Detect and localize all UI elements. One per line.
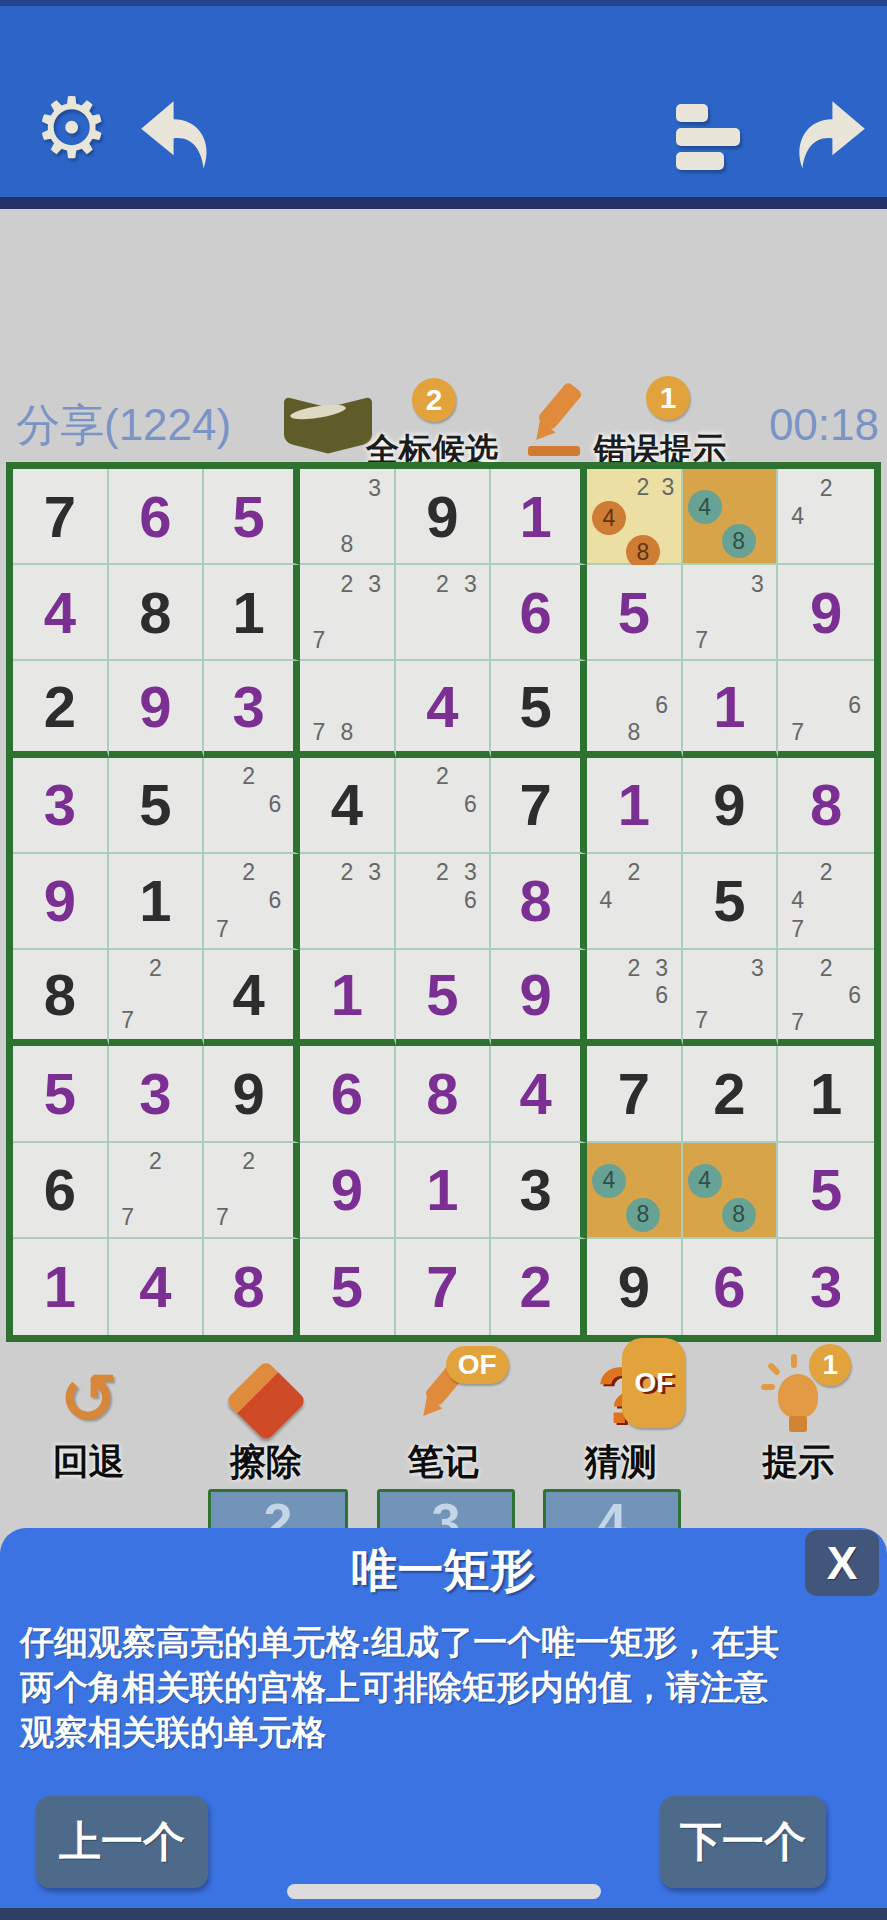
cell-r7c5[interactable]: 8 [396,1046,492,1142]
cell-value: 5 [396,950,490,1039]
eraser-icon [225,1360,307,1442]
cell-r3c9[interactable]: 67 [778,661,874,757]
candidate-grid: 78 [305,666,389,745]
cell-r2c4[interactable]: 237 [300,565,396,661]
candidate-8: 8 [620,719,648,746]
cell-value: 3 [204,661,293,750]
top-app-bar: ⚙ [0,0,887,197]
sudoku-app-screen: ⚙ 分享(1224) 2 全标候选 1 错误提示 00:18 765389123… [0,0,887,1920]
cell-value: 1 [396,1143,490,1237]
candidate-4: 4 [592,501,626,535]
cell-r4c1[interactable]: 3 [13,758,109,854]
cell-r7c4[interactable]: 6 [300,1046,396,1142]
cell-value: 3 [778,1239,874,1335]
topbar-divider [0,197,887,209]
cell-value: 8 [778,758,874,852]
candidate-7: 7 [305,719,333,746]
candidate-8: 8 [333,719,361,746]
candidate-grid: 67 [783,666,869,745]
cell-r8c6[interactable]: 3 [491,1143,587,1239]
cell-value: 9 [300,1143,394,1237]
candidate-6: 6 [840,982,869,1009]
cell-value: 5 [683,854,777,948]
cell-r3c5[interactable]: 4 [396,661,492,757]
candidate-4: 4 [592,887,620,915]
cell-r3c3[interactable]: 3 [204,661,300,757]
cell-value: 6 [300,1046,394,1140]
candidate-7: 7 [688,1007,716,1034]
cell-r4c6[interactable]: 7 [491,758,587,854]
dialog-title: 唯一矩形 [0,1540,887,1602]
candidate-2: 2 [429,763,457,791]
cell-r3c2[interactable]: 9 [109,661,205,757]
cell-r5c4[interactable]: 23 [300,854,396,950]
cell-value: 5 [300,1239,394,1335]
cell-r3c8[interactable]: 1 [683,661,779,757]
candidate-2: 2 [236,1148,262,1176]
cell-r1c6[interactable]: 1 [491,469,587,565]
cell-r6c1[interactable]: 8 [13,950,109,1046]
settings-gear-icon[interactable]: ⚙ [34,86,109,170]
cell-r5c9[interactable]: 247 [778,854,874,950]
candidate-8: 8 [333,530,361,558]
cell-value: 9 [683,758,777,852]
cell-r8c9[interactable]: 5 [778,1143,874,1239]
cell-value: 1 [491,469,580,563]
hint-count-badge: 1 [809,1344,851,1386]
cell-value: 6 [109,469,203,563]
cell-r8c5[interactable]: 1 [396,1143,492,1239]
candidate-grid: 26 [209,763,288,847]
cell-r6c9[interactable]: 267 [778,950,874,1046]
cell-value: 3 [491,1143,580,1237]
candidate-7: 7 [305,626,333,654]
cell-r5c3[interactable]: 267 [204,854,300,950]
cell-r9c7[interactable]: 9 [587,1239,683,1335]
candidate-grid: 2348 [592,474,676,558]
candidate-2: 2 [626,474,660,501]
cell-value: 4 [204,950,293,1039]
cell-value: 4 [13,565,107,659]
cell-value: 7 [396,1239,490,1335]
cell-r9c1[interactable]: 1 [13,1239,109,1335]
notes-button[interactable]: OF 笔记 [355,1350,532,1480]
cell-r2c5[interactable]: 23 [396,565,492,661]
bottom-toolbar: ↺ 回退 擦除 OF 笔记 ? OF 猜测 [0,1350,887,1480]
error-count-badge: 1 [646,376,690,420]
cell-r1c9[interactable]: 24 [778,469,874,565]
cell-value: 9 [587,1239,681,1335]
cell-r8c2[interactable]: 27 [109,1143,205,1239]
candidate-7: 7 [783,915,812,943]
redo-icon[interactable] [788,96,872,176]
cell-value: 2 [491,1239,580,1335]
share-button[interactable]: 分享(1224) [16,396,231,455]
cell-r4c4[interactable]: 4 [300,758,396,854]
cell-r7c9[interactable]: 1 [778,1046,874,1142]
cell-value: 7 [491,758,580,852]
cell-r2c9[interactable]: 9 [778,565,874,661]
cell-r9c4[interactable]: 5 [300,1239,396,1335]
candidate-8: 8 [722,1198,756,1232]
candidate-grid: 237 [305,570,389,654]
cell-r1c3[interactable]: 5 [204,469,300,565]
game-timer: 00:18 [769,400,879,450]
sort-menu-icon[interactable] [676,104,742,174]
candidate-6: 6 [648,692,676,719]
undo-button[interactable]: ↺ 回退 [0,1350,177,1480]
candidate-grid: 37 [688,570,772,654]
candidate-8: 8 [626,535,660,569]
candidate-3: 3 [660,474,676,501]
cell-value: 5 [778,1143,874,1237]
question-mark-icon: ? OF [596,1354,645,1438]
cell-r9c8[interactable]: 6 [683,1239,779,1335]
guess-off-badge: OF [622,1338,685,1428]
candidate-3: 3 [456,859,484,887]
candidate-grid: 48 [688,474,772,558]
cell-value: 2 [13,661,107,750]
cell-value: 5 [109,758,203,852]
candidate-4: 4 [688,1164,722,1198]
cell-r2c3[interactable]: 1 [204,565,300,661]
candidate-grid: 236 [401,859,485,943]
candidate-7: 7 [114,1007,142,1034]
cell-value: 9 [204,1046,293,1140]
cell-r1c7[interactable]: 2348 [587,469,683,565]
candidate-grid: 48 [688,1148,772,1232]
cell-value: 5 [587,565,681,659]
guess-button[interactable]: ? OF 猜测 [532,1350,709,1480]
cell-r9c9[interactable]: 3 [778,1239,874,1335]
cell-r2c6[interactable]: 6 [491,565,587,661]
cell-value: 1 [13,1239,107,1335]
candidate-3: 3 [743,570,771,598]
cell-r6c3[interactable]: 4 [204,950,300,1046]
candidate-grid: 68 [592,666,676,745]
mark-all-candidates-icon[interactable] [284,392,372,452]
candidate-grid: 24 [592,859,676,943]
cell-value: 4 [300,758,394,852]
cell-value: 8 [109,565,203,659]
cell-r4c9[interactable]: 8 [778,758,874,854]
cell-value: 4 [491,1046,580,1140]
candidate-2: 2 [333,570,361,598]
cell-r5c2[interactable]: 1 [109,854,205,950]
cell-value: 1 [300,950,394,1039]
candidate-8: 8 [626,1198,660,1232]
cell-value: 6 [683,1239,777,1335]
cell-value: 8 [204,1239,293,1335]
candidate-grid: 267 [209,859,288,943]
cell-value: 7 [13,469,107,563]
cell-value: 7 [587,1046,681,1140]
candidate-grid: 27 [114,1148,198,1232]
cell-value: 8 [13,950,107,1039]
candidate-4: 4 [783,887,812,915]
cell-value: 3 [13,758,107,852]
cell-r3c4[interactable]: 78 [300,661,396,757]
home-indicator[interactable] [287,1884,601,1899]
cell-value: 5 [13,1046,107,1140]
candidate-6: 6 [840,692,869,719]
candidate-7: 7 [209,915,235,943]
bottom-strip [0,1908,887,1920]
cell-r4c7[interactable]: 1 [587,758,683,854]
cell-r6c4[interactable]: 1 [300,950,396,1046]
cell-r3c6[interactable]: 5 [491,661,587,757]
cell-r4c8[interactable]: 9 [683,758,779,854]
cell-r7c7[interactable]: 7 [587,1046,683,1142]
candidate-7: 7 [114,1204,142,1232]
candidate-2: 2 [429,859,457,887]
candidate-2: 2 [142,955,170,982]
previous-step-button[interactable]: 上一个 [36,1796,208,1888]
candidate-6: 6 [648,982,676,1009]
cell-r1c5[interactable]: 9 [396,469,492,565]
candidate-grid: 236 [592,955,676,1034]
hint-button[interactable]: 1 提示 [710,1350,887,1480]
cell-r3c7[interactable]: 68 [587,661,683,757]
next-step-button[interactable]: 下一个 [660,1796,826,1888]
cell-value: 1 [109,854,203,948]
cell-r4c3[interactable]: 26 [204,758,300,854]
cell-r6c2[interactable]: 27 [109,950,205,1046]
candidate-grid: 48 [592,1148,676,1232]
cell-value: 2 [683,1046,777,1140]
candidate-7: 7 [783,1009,812,1036]
cell-r5c7[interactable]: 24 [587,854,683,950]
cell-value: 9 [491,950,580,1039]
candidate-4: 4 [688,490,722,524]
candidates-count-badge: 2 [412,378,456,422]
candidate-grid: 23 [401,570,485,654]
lightbulb-icon: 1 [763,1358,833,1438]
erase-button[interactable]: 擦除 [177,1350,354,1480]
cell-r8c7[interactable]: 48 [587,1143,683,1239]
cell-value: 8 [491,854,580,948]
cell-r5c1[interactable]: 9 [13,854,109,950]
candidate-4: 4 [783,502,812,530]
notes-off-badge: OF [446,1346,509,1384]
cell-value: 9 [109,661,203,750]
cell-r9c2[interactable]: 4 [109,1239,205,1335]
candidate-3: 3 [361,474,389,502]
cell-r7c6[interactable]: 4 [491,1046,587,1142]
cell-r2c8[interactable]: 37 [683,565,779,661]
candidate-grid: 26 [401,763,485,847]
candidate-7: 7 [209,1204,235,1232]
cell-r8c3[interactable]: 27 [204,1143,300,1239]
candidate-8: 8 [722,524,756,558]
candidate-2: 2 [620,955,648,982]
cell-value: 6 [13,1143,107,1237]
cell-value: 1 [683,661,777,750]
cell-r5c5[interactable]: 236 [396,854,492,950]
candidate-2: 2 [812,955,841,982]
cell-value: 5 [204,469,293,563]
candidate-grid: 37 [688,955,772,1034]
cell-value: 9 [778,565,874,659]
candidate-2: 2 [142,1148,170,1176]
cell-r5c8[interactable]: 5 [683,854,779,950]
cell-r8c4[interactable]: 9 [300,1143,396,1239]
candidate-grid: 267 [783,955,869,1034]
cell-r6c5[interactable]: 5 [396,950,492,1046]
cell-value: 9 [396,469,490,563]
error-hint-pencil-icon[interactable] [520,382,594,456]
cell-r7c2[interactable]: 3 [109,1046,205,1142]
cell-r8c1[interactable]: 6 [13,1143,109,1239]
candidate-6: 6 [456,887,484,915]
cell-r4c2[interactable]: 5 [109,758,205,854]
candidate-6: 6 [456,791,484,819]
cell-value: 6 [491,565,580,659]
candidate-2: 2 [812,859,841,887]
cell-r6c8[interactable]: 37 [683,950,779,1046]
cell-r2c2[interactable]: 8 [109,565,205,661]
cell-value: 3 [109,1046,203,1140]
notes-pencil-icon: OF [407,1358,481,1438]
candidate-7: 7 [688,626,716,654]
cell-r2c7[interactable]: 5 [587,565,683,661]
candidate-grid: 247 [783,859,869,943]
candidate-2: 2 [236,763,262,791]
cell-value: 1 [204,565,293,659]
cell-r1c4[interactable]: 38 [300,469,396,565]
candidate-grid: 23 [305,859,389,943]
candidate-3: 3 [456,570,484,598]
cell-r6c6[interactable]: 9 [491,950,587,1046]
cell-value: 8 [396,1046,490,1140]
status-bar [0,0,887,6]
candidate-6: 6 [262,791,288,819]
candidate-7: 7 [783,719,812,746]
cell-r2c1[interactable]: 4 [13,565,109,661]
candidate-4: 4 [592,1164,626,1198]
cell-r7c3[interactable]: 9 [204,1046,300,1142]
cell-r9c5[interactable]: 7 [396,1239,492,1335]
candidate-2: 2 [429,570,457,598]
cell-r1c8[interactable]: 48 [683,469,779,565]
cell-value: 4 [396,661,490,750]
cell-r7c1[interactable]: 5 [13,1046,109,1142]
cell-r3c1[interactable]: 2 [13,661,109,757]
dialog-body-text: 仔细观察高亮的单元格:组成了一个唯一矩形，在其 两个角相关联的宫格上可排除矩形内… [20,1620,867,1755]
candidate-3: 3 [361,859,389,887]
candidate-grid: 27 [209,1148,288,1232]
candidate-2: 2 [333,859,361,887]
sudoku-board: 7653891234848244812372365379293784568167… [6,462,881,1342]
candidate-grid: 27 [114,955,198,1034]
cell-r9c6[interactable]: 2 [491,1239,587,1335]
candidate-2: 2 [812,474,841,502]
candidate-3: 3 [743,955,771,982]
candidate-3: 3 [361,570,389,598]
undo-icon: ↺ [59,1360,118,1438]
undo-back-icon[interactable] [134,96,218,176]
candidate-6: 6 [262,887,288,915]
candidate-grid: 24 [783,474,869,558]
hint-bottom-sheet: 唯一矩形 X 仔细观察高亮的单元格:组成了一个唯一矩形，在其 两个角相关联的宫格… [0,1528,887,1908]
cell-value: 5 [491,661,580,750]
dialog-close-button[interactable]: X [805,1530,879,1596]
cell-r1c1[interactable]: 7 [13,469,109,565]
candidate-2: 2 [620,859,648,887]
cell-r7c8[interactable]: 2 [683,1046,779,1142]
candidate-grid: 38 [305,474,389,558]
candidate-3: 3 [648,955,676,982]
cell-r4c5[interactable]: 26 [396,758,492,854]
cell-r6c7[interactable]: 236 [587,950,683,1046]
cell-value: 4 [109,1239,203,1335]
cell-r1c2[interactable]: 6 [109,469,205,565]
cell-r9c3[interactable]: 8 [204,1239,300,1335]
cell-value: 1 [587,758,681,852]
cell-r5c6[interactable]: 8 [491,854,587,950]
cell-value: 9 [13,854,107,948]
candidate-2: 2 [236,859,262,887]
cell-r8c8[interactable]: 48 [683,1143,779,1239]
cell-value: 1 [778,1046,874,1140]
